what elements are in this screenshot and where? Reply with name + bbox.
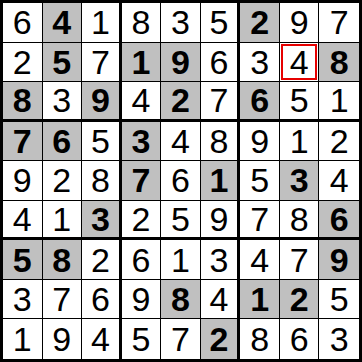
cell-r3c7[interactable]: 6 (240, 82, 280, 122)
cell-r3c4[interactable]: 4 (122, 82, 162, 122)
cell-r4c1[interactable]: 7 (3, 122, 43, 162)
cell-r1c9[interactable]: 7 (319, 3, 359, 43)
cell-r8c9[interactable]: 5 (319, 280, 359, 320)
cell-r7c8[interactable]: 7 (280, 240, 320, 280)
cell-r1c7[interactable]: 2 (240, 3, 280, 43)
cell-r4c2[interactable]: 6 (43, 122, 83, 162)
cell-r9c2[interactable]: 9 (43, 319, 83, 359)
cell-r2c1[interactable]: 2 (3, 43, 43, 83)
cell-r6c1[interactable]: 4 (3, 201, 43, 241)
cell-r9c7[interactable]: 8 (240, 319, 280, 359)
cell-r6c2[interactable]: 1 (43, 201, 83, 241)
cell-r7c2[interactable]: 8 (43, 240, 83, 280)
cell-r1c6[interactable]: 5 (201, 3, 241, 43)
cell-r3c5[interactable]: 2 (161, 82, 201, 122)
cell-r6c4[interactable]: 2 (122, 201, 162, 241)
cell-r8c1[interactable]: 3 (3, 280, 43, 320)
cell-r1c5[interactable]: 3 (161, 3, 201, 43)
cell-r2c5[interactable]: 9 (161, 43, 201, 83)
cell-r8c6[interactable]: 4 (201, 280, 241, 320)
cell-r9c5[interactable]: 7 (161, 319, 201, 359)
cell-r2c7[interactable]: 3 (240, 43, 280, 83)
cell-r5c6[interactable]: 1 (201, 161, 241, 201)
cell-r5c7[interactable]: 5 (240, 161, 280, 201)
cell-r4c9[interactable]: 2 (319, 122, 359, 162)
cell-r2c6[interactable]: 6 (201, 43, 241, 83)
cell-r5c2[interactable]: 2 (43, 161, 83, 201)
cell-r2c2[interactable]: 5 (43, 43, 83, 83)
cell-r8c5[interactable]: 8 (161, 280, 201, 320)
cell-r2c9[interactable]: 8 (319, 43, 359, 83)
cell-r6c9[interactable]: 6 (319, 201, 359, 241)
cell-r9c3[interactable]: 4 (82, 319, 122, 359)
cell-r3c3[interactable]: 9 (82, 82, 122, 122)
cell-r9c1[interactable]: 1 (3, 319, 43, 359)
cell-r9c9[interactable]: 3 (319, 319, 359, 359)
cell-r3c8[interactable]: 5 (280, 82, 320, 122)
cell-r4c4[interactable]: 3 (122, 122, 162, 162)
cell-r3c6[interactable]: 7 (201, 82, 241, 122)
cell-r4c3[interactable]: 5 (82, 122, 122, 162)
cell-r3c2[interactable]: 3 (43, 82, 83, 122)
cell-r7c7[interactable]: 4 (240, 240, 280, 280)
cell-r7c1[interactable]: 5 (3, 240, 43, 280)
cell-r1c3[interactable]: 1 (82, 3, 122, 43)
cell-r7c6[interactable]: 3 (201, 240, 241, 280)
cell-r6c7[interactable]: 7 (240, 201, 280, 241)
cell-r8c3[interactable]: 6 (82, 280, 122, 320)
cell-r7c9[interactable]: 9 (319, 240, 359, 280)
cell-r4c7[interactable]: 9 (240, 122, 280, 162)
cell-r8c4[interactable]: 9 (122, 280, 162, 320)
sudoku-board: 6418352972571963488394276517653489129287… (0, 0, 362, 362)
cell-r8c7[interactable]: 1 (240, 280, 280, 320)
cell-r1c4[interactable]: 8 (122, 3, 162, 43)
cell-r9c8[interactable]: 6 (280, 319, 320, 359)
cell-r5c1[interactable]: 9 (3, 161, 43, 201)
cell-r6c5[interactable]: 5 (161, 201, 201, 241)
cell-r5c3[interactable]: 8 (82, 161, 122, 201)
cell-r1c8[interactable]: 9 (280, 3, 320, 43)
cell-r2c4[interactable]: 1 (122, 43, 162, 83)
cell-r4c5[interactable]: 4 (161, 122, 201, 162)
cell-r4c6[interactable]: 8 (201, 122, 241, 162)
cell-r5c4[interactable]: 7 (122, 161, 162, 201)
cell-r2c3[interactable]: 7 (82, 43, 122, 83)
cell-r7c5[interactable]: 1 (161, 240, 201, 280)
cell-r6c3[interactable]: 3 (82, 201, 122, 241)
cell-r7c4[interactable]: 6 (122, 240, 162, 280)
cell-r8c2[interactable]: 7 (43, 280, 83, 320)
cell-r3c1[interactable]: 8 (3, 82, 43, 122)
cell-r8c8[interactable]: 2 (280, 280, 320, 320)
cell-r6c8[interactable]: 8 (280, 201, 320, 241)
cell-r1c1[interactable]: 6 (3, 3, 43, 43)
cell-r5c8[interactable]: 3 (280, 161, 320, 201)
cell-r4c8[interactable]: 1 (280, 122, 320, 162)
cell-r2c8[interactable]: 4 (280, 43, 320, 83)
cell-r5c9[interactable]: 4 (319, 161, 359, 201)
cell-r1c2[interactable]: 4 (43, 3, 83, 43)
cell-r9c6[interactable]: 2 (201, 319, 241, 359)
cell-r7c3[interactable]: 2 (82, 240, 122, 280)
cell-r9c4[interactable]: 5 (122, 319, 162, 359)
cell-r6c6[interactable]: 9 (201, 201, 241, 241)
cell-r3c9[interactable]: 1 (319, 82, 359, 122)
cell-r5c5[interactable]: 6 (161, 161, 201, 201)
